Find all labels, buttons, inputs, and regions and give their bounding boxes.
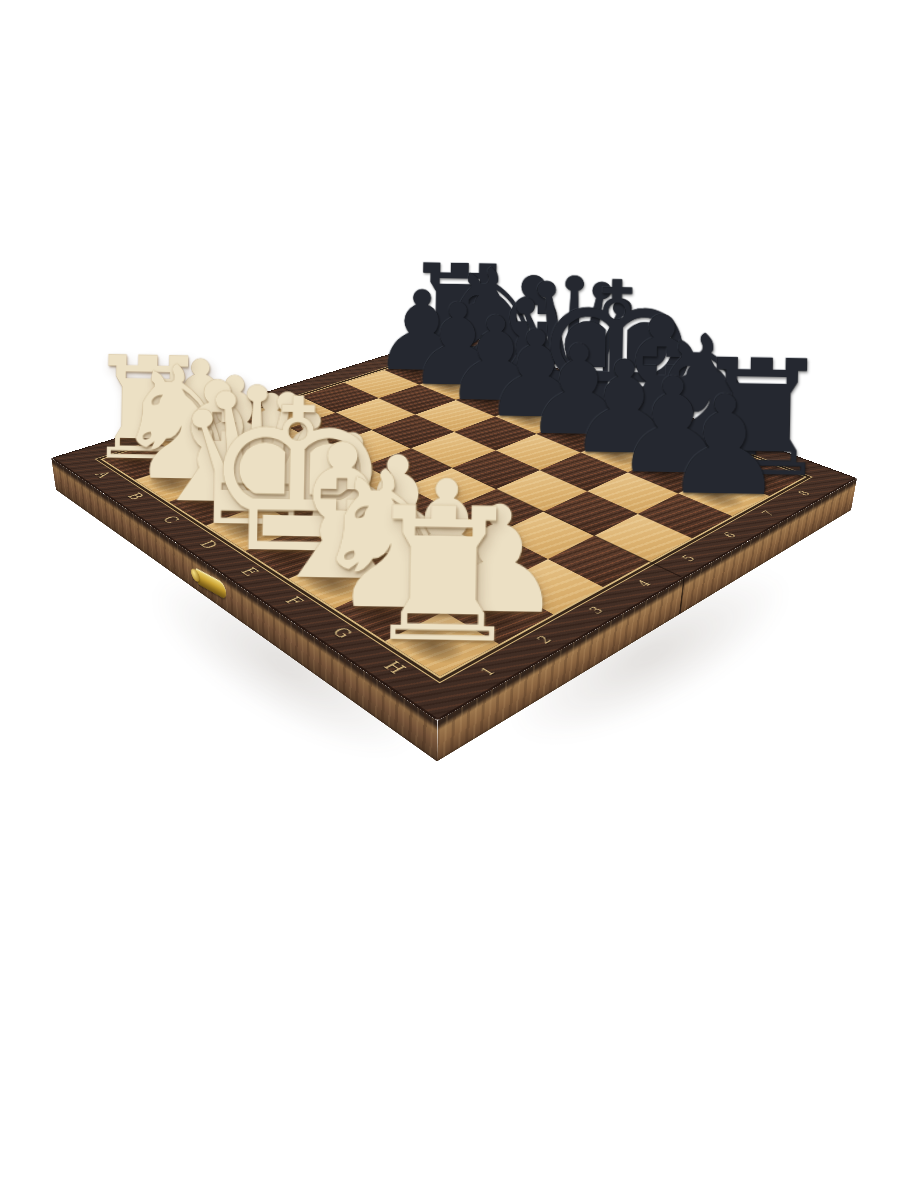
square-h1[interactable]: ♜	[385, 611, 499, 676]
product-photo-stage: ♜♞♝♛♚♝♞♜♟♟♟♟♟♟♟♟♟♟♟♟♟♟♟♟♜♞♝♛♚♝♞♜ ABCDEFG…	[0, 0, 900, 1200]
rank-label-7: 7	[753, 506, 782, 520]
rank-label-1: 1	[468, 660, 507, 683]
rank-label-6: 6	[714, 527, 745, 542]
